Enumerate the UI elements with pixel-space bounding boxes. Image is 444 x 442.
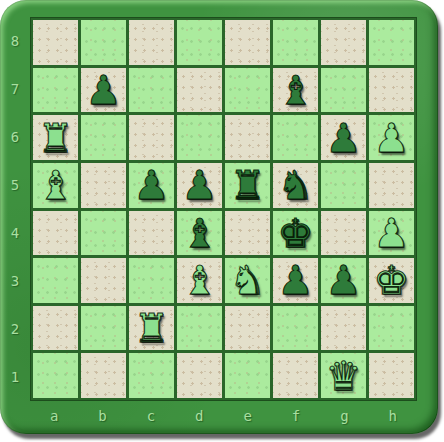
piece-black-pawn[interactable]: ♟ (134, 165, 170, 205)
rank-label-6: 6 (0, 113, 30, 161)
file-label-b: b (78, 400, 126, 431)
rank-label-1: 1 (0, 353, 30, 401)
square-e2[interactable] (225, 306, 270, 351)
piece-black-pawn[interactable]: ♟ (278, 260, 314, 300)
piece-black-pawn[interactable]: ♟ (326, 260, 362, 300)
square-b5[interactable] (81, 163, 126, 208)
piece-white-pawn[interactable]: ♟ (374, 213, 410, 253)
square-c4[interactable] (129, 211, 174, 256)
square-f5[interactable]: ♞ (273, 163, 318, 208)
square-g1[interactable]: ♛ (321, 353, 366, 398)
square-c1[interactable] (129, 353, 174, 398)
piece-white-rook[interactable]: ♜ (134, 308, 170, 348)
square-c7[interactable] (129, 68, 174, 113)
file-label-a: a (30, 400, 78, 431)
square-a1[interactable] (33, 353, 78, 398)
square-h8[interactable] (369, 20, 414, 65)
piece-black-bishop[interactable]: ♝ (182, 213, 218, 253)
square-f7[interactable]: ♝ (273, 68, 318, 113)
square-a2[interactable] (33, 306, 78, 351)
square-g3[interactable]: ♟ (321, 258, 366, 303)
square-f2[interactable] (273, 306, 318, 351)
square-e7[interactable] (225, 68, 270, 113)
square-b7[interactable]: ♟ (81, 68, 126, 113)
piece-white-bishop[interactable]: ♝ (38, 165, 74, 205)
rank-label-2: 2 (0, 305, 30, 353)
piece-black-pawn[interactable]: ♟ (86, 70, 122, 110)
square-h3[interactable]: ♚ (369, 258, 414, 303)
square-d5[interactable]: ♟ (177, 163, 222, 208)
square-b2[interactable] (81, 306, 126, 351)
square-d6[interactable] (177, 115, 222, 160)
square-h1[interactable] (369, 353, 414, 398)
piece-black-pawn[interactable]: ♟ (326, 118, 362, 158)
square-f6[interactable] (273, 115, 318, 160)
square-c5[interactable]: ♟ (129, 163, 174, 208)
square-g5[interactable] (321, 163, 366, 208)
square-h2[interactable] (369, 306, 414, 351)
square-b6[interactable] (81, 115, 126, 160)
square-c8[interactable] (129, 20, 174, 65)
square-d3[interactable]: ♝ (177, 258, 222, 303)
square-f1[interactable] (273, 353, 318, 398)
square-d4[interactable]: ♝ (177, 211, 222, 256)
square-d1[interactable] (177, 353, 222, 398)
square-d2[interactable] (177, 306, 222, 351)
rank-label-8: 8 (0, 17, 30, 65)
piece-white-king[interactable]: ♚ (374, 260, 410, 300)
chess-app-window: 87654321 ♟♝♜♟♟♝♟♟♜♞♝♚♟♝♞♟♟♚♜♛ abcdefgh (0, 0, 444, 442)
square-g8[interactable] (321, 20, 366, 65)
square-e1[interactable] (225, 353, 270, 398)
rank-label-7: 7 (0, 65, 30, 113)
square-e4[interactable] (225, 211, 270, 256)
file-label-d: d (175, 400, 223, 431)
square-a8[interactable] (33, 20, 78, 65)
square-h4[interactable]: ♟ (369, 211, 414, 256)
square-c3[interactable] (129, 258, 174, 303)
square-d7[interactable] (177, 68, 222, 113)
square-h6[interactable]: ♟ (369, 115, 414, 160)
square-b4[interactable] (81, 211, 126, 256)
square-b3[interactable] (81, 258, 126, 303)
square-c2[interactable]: ♜ (129, 306, 174, 351)
file-label-e: e (224, 400, 272, 431)
square-d8[interactable] (177, 20, 222, 65)
file-label-g: g (320, 400, 368, 431)
square-e8[interactable] (225, 20, 270, 65)
square-b1[interactable] (81, 353, 126, 398)
square-a7[interactable] (33, 68, 78, 113)
square-a4[interactable] (33, 211, 78, 256)
rank-label-3: 3 (0, 257, 30, 305)
piece-black-knight[interactable]: ♞ (278, 165, 314, 205)
rank-labels: 87654321 (0, 17, 30, 401)
square-h5[interactable] (369, 163, 414, 208)
piece-white-queen[interactable]: ♛ (326, 356, 362, 396)
piece-black-king[interactable]: ♚ (278, 213, 314, 253)
square-g2[interactable] (321, 306, 366, 351)
piece-black-rook[interactable]: ♜ (230, 165, 266, 205)
file-labels: abcdefgh (30, 400, 417, 431)
file-label-f: f (272, 400, 320, 431)
rank-label-5: 5 (0, 161, 30, 209)
square-b8[interactable] (81, 20, 126, 65)
square-a5[interactable]: ♝ (33, 163, 78, 208)
square-h7[interactable] (369, 68, 414, 113)
square-f3[interactable]: ♟ (273, 258, 318, 303)
square-e5[interactable]: ♜ (225, 163, 270, 208)
square-g6[interactable]: ♟ (321, 115, 366, 160)
rank-label-4: 4 (0, 209, 30, 257)
square-a3[interactable] (33, 258, 78, 303)
square-e3[interactable]: ♞ (225, 258, 270, 303)
square-g7[interactable] (321, 68, 366, 113)
piece-white-knight[interactable]: ♞ (230, 260, 266, 300)
square-g4[interactable] (321, 211, 366, 256)
square-f8[interactable] (273, 20, 318, 65)
chess-board[interactable]: ♟♝♜♟♟♝♟♟♜♞♝♚♟♝♞♟♟♚♜♛ (30, 17, 417, 401)
piece-white-bishop[interactable]: ♝ (182, 260, 218, 300)
piece-white-rook[interactable]: ♜ (38, 118, 74, 158)
piece-black-pawn[interactable]: ♟ (182, 165, 218, 205)
file-label-h: h (369, 400, 417, 431)
square-c6[interactable] (129, 115, 174, 160)
file-label-c: c (127, 400, 175, 431)
piece-black-bishop[interactable]: ♝ (278, 70, 314, 110)
piece-white-pawn[interactable]: ♟ (374, 118, 410, 158)
square-e6[interactable] (225, 115, 270, 160)
square-a6[interactable]: ♜ (33, 115, 78, 160)
square-f4[interactable]: ♚ (273, 211, 318, 256)
